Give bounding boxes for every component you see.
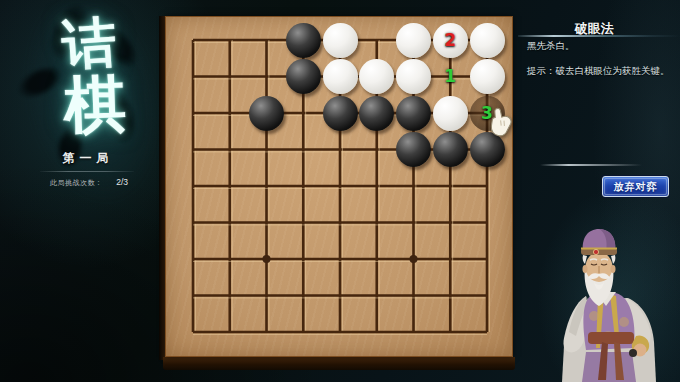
board-bottom-edge (163, 357, 515, 370)
black-stone (249, 96, 284, 131)
hand-cursor-icon (488, 107, 514, 139)
white-stone (433, 96, 468, 131)
panel-divider (540, 164, 642, 166)
black-stone (286, 23, 321, 58)
black-stone (396, 96, 431, 131)
black-stone (286, 59, 321, 94)
elder-character-illustration (552, 214, 680, 382)
white-stone (470, 59, 505, 94)
black-stone (433, 132, 468, 167)
game-screen: 诘 棋 第一局 此局挑战次数： 2/3 123 破眼法 黑先杀白。 提示：破去白… (0, 0, 680, 382)
puzzle-hint: 提示：破去白棋眼位为获胜关键。 (527, 65, 679, 78)
black-stone (323, 96, 358, 131)
white-stone (396, 23, 431, 58)
black-stone (359, 96, 394, 131)
sidebar-divider (40, 171, 134, 172)
attempts-label: 此局挑战次数： (50, 178, 103, 188)
calligraphy-char-qi: 棋 (63, 73, 127, 137)
white-stone (470, 23, 505, 58)
black-stone (396, 132, 431, 167)
round-label: 第一局 (36, 150, 140, 167)
attempts-value: 2/3 (116, 177, 128, 187)
move-number-2: 2 (433, 23, 468, 58)
attempts-row: 此局挑战次数： 2/3 (50, 177, 128, 188)
white-stone (323, 23, 358, 58)
white-stone (396, 59, 431, 94)
resign-button[interactable]: 放弃对弈 (602, 176, 669, 197)
board-face[interactable]: 123 (165, 16, 513, 357)
calligraphy-char-jie: 诘 (60, 14, 118, 72)
puzzle-objective: 黑先杀白。 (527, 40, 575, 53)
go-board[interactable]: 123 (159, 14, 517, 371)
move-number-1: 1 (433, 59, 468, 94)
white-stone (323, 59, 358, 94)
title-underline (518, 35, 680, 37)
